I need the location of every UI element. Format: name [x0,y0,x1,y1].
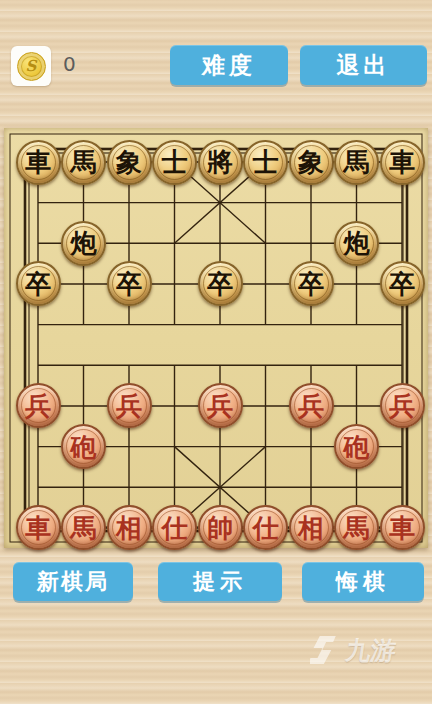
exit-button[interactable]: 退出 [300,45,427,85]
black-piece-卒[interactable]: 卒 [380,261,425,306]
red-piece-兵[interactable]: 兵 [16,383,61,428]
black-piece-馬[interactable]: 馬 [61,140,106,185]
red-piece-兵[interactable]: 兵 [289,383,334,428]
jiuyou-logo-icon [310,634,340,666]
red-piece-兵[interactable]: 兵 [198,383,243,428]
new-game-button[interactable]: 新棋局 [13,562,133,601]
black-piece-士[interactable]: 士 [152,140,197,185]
xiangqi-game-screen: { "game": "xiangqi", "position": { "fen"… [0,0,432,704]
black-piece-士[interactable]: 士 [243,140,288,185]
jiuyou-logo-text: 九游 [344,634,399,667]
xiangqi-board[interactable]: 車馬象士將士象馬車炮炮卒卒卒卒卒兵兵兵兵兵砲砲車馬相仕帥仕相馬車 [4,128,428,548]
black-piece-車[interactable]: 車 [380,140,425,185]
red-piece-砲[interactable]: 砲 [334,424,379,469]
red-piece-兵[interactable]: 兵 [107,383,152,428]
coin-count: 0 [63,52,76,76]
red-piece-車[interactable]: 車 [16,505,61,550]
red-piece-帥[interactable]: 帥 [198,505,243,550]
red-piece-仕[interactable]: 仕 [243,505,288,550]
red-piece-仕[interactable]: 仕 [152,505,197,550]
top-bar: S 0 难度 退出 [0,44,432,86]
red-piece-馬[interactable]: 馬 [334,505,379,550]
black-piece-炮[interactable]: 炮 [334,221,379,266]
gold-coin-icon: S [17,52,46,81]
black-piece-車[interactable]: 車 [16,140,61,185]
undo-button[interactable]: 悔棋 [302,562,424,601]
red-piece-相[interactable]: 相 [289,505,334,550]
black-piece-卒[interactable]: 卒 [198,261,243,306]
black-piece-炮[interactable]: 炮 [61,221,106,266]
red-piece-兵[interactable]: 兵 [380,383,425,428]
black-piece-象[interactable]: 象 [107,140,152,185]
jiuyou-watermark: 九游 [310,628,396,672]
pieces-layer: 車馬象士將士象馬車炮炮卒卒卒卒卒兵兵兵兵兵砲砲車馬相仕帥仕相馬車 [4,128,428,548]
coin-counter: S [11,46,51,86]
black-piece-將[interactable]: 將 [198,140,243,185]
black-piece-卒[interactable]: 卒 [16,261,61,306]
red-piece-馬[interactable]: 馬 [61,505,106,550]
red-piece-車[interactable]: 車 [380,505,425,550]
black-piece-馬[interactable]: 馬 [334,140,379,185]
black-piece-象[interactable]: 象 [289,140,334,185]
difficulty-button[interactable]: 难度 [170,45,288,85]
hint-button[interactable]: 提示 [158,562,282,601]
red-piece-砲[interactable]: 砲 [61,424,106,469]
black-piece-卒[interactable]: 卒 [107,261,152,306]
black-piece-卒[interactable]: 卒 [289,261,334,306]
red-piece-相[interactable]: 相 [107,505,152,550]
